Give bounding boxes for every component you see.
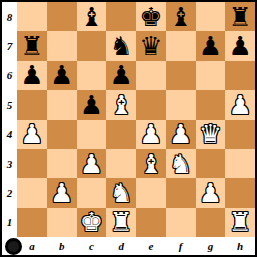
square-a5[interactable] — [17, 90, 47, 119]
square-g2[interactable]: ♟ — [196, 178, 226, 207]
square-f8[interactable]: ♝ — [166, 2, 196, 31]
square-e3[interactable]: ♝ — [136, 149, 166, 178]
white-king[interactable]: ♚ — [80, 209, 103, 235]
square-h6[interactable] — [225, 61, 255, 90]
square-b3[interactable] — [47, 149, 77, 178]
square-h1[interactable]: ♜ — [225, 208, 255, 237]
square-g7[interactable]: ♟ — [196, 31, 226, 60]
square-h3[interactable] — [225, 149, 255, 178]
square-a2[interactable] — [17, 178, 47, 207]
square-f7[interactable] — [166, 31, 196, 60]
chess-diagram: 8♝♚♝♜7♜♞♛♟♟6♟♟♟5♟♝♟4♟♟♟♛3♟♝♞2♟♞♟1♚♜♜abcd… — [0, 0, 257, 257]
square-b7[interactable] — [47, 31, 77, 60]
white-pawn[interactable]: ♟ — [50, 180, 73, 206]
square-b4[interactable] — [47, 120, 77, 149]
square-e7[interactable]: ♛ — [136, 31, 166, 60]
square-d1[interactable]: ♜ — [106, 208, 136, 237]
file-label-g: g — [196, 237, 226, 255]
rank-label-7: 7 — [2, 31, 17, 60]
black-king[interactable]: ♚ — [139, 4, 162, 30]
file-label-e: e — [136, 237, 166, 255]
white-knight[interactable]: ♞ — [169, 151, 192, 177]
black-knight[interactable]: ♞ — [109, 33, 132, 59]
black-rook[interactable]: ♜ — [20, 33, 43, 59]
rank-label-8: 8 — [2, 2, 17, 31]
black-pawn[interactable]: ♟ — [20, 62, 43, 88]
square-d7[interactable]: ♞ — [106, 31, 136, 60]
square-a8[interactable] — [17, 2, 47, 31]
black-to-move-indicator — [5, 238, 22, 255]
square-h8[interactable]: ♜ — [225, 2, 255, 31]
square-b5[interactable] — [47, 90, 77, 119]
square-c7[interactable] — [77, 31, 107, 60]
square-f4[interactable]: ♟ — [166, 120, 196, 149]
square-d2[interactable]: ♞ — [106, 178, 136, 207]
square-d6[interactable]: ♟ — [106, 61, 136, 90]
rank-label-2: 2 — [2, 178, 17, 207]
white-bishop[interactable]: ♝ — [139, 151, 162, 177]
square-c8[interactable]: ♝ — [77, 2, 107, 31]
black-bishop[interactable]: ♝ — [80, 4, 103, 30]
square-f3[interactable]: ♞ — [166, 149, 196, 178]
rank-label-1: 1 — [2, 208, 17, 237]
square-h7[interactable]: ♟ — [225, 31, 255, 60]
black-pawn[interactable]: ♟ — [228, 33, 251, 59]
black-pawn[interactable]: ♟ — [199, 33, 222, 59]
black-pawn[interactable]: ♟ — [50, 62, 73, 88]
square-b2[interactable]: ♟ — [47, 178, 77, 207]
square-c4[interactable] — [77, 120, 107, 149]
square-a6[interactable]: ♟ — [17, 61, 47, 90]
square-a4[interactable]: ♟ — [17, 120, 47, 149]
white-pawn[interactable]: ♟ — [139, 121, 162, 147]
square-h4[interactable] — [225, 120, 255, 149]
square-e2[interactable] — [136, 178, 166, 207]
square-g8[interactable] — [196, 2, 226, 31]
black-queen[interactable]: ♛ — [139, 33, 162, 59]
rank-label-5: 5 — [2, 90, 17, 119]
white-pawn[interactable]: ♟ — [169, 121, 192, 147]
square-g1[interactable] — [196, 208, 226, 237]
white-pawn[interactable]: ♟ — [199, 180, 222, 206]
square-c5[interactable]: ♟ — [77, 90, 107, 119]
square-c1[interactable]: ♚ — [77, 208, 107, 237]
square-d8[interactable] — [106, 2, 136, 31]
square-a7[interactable]: ♜ — [17, 31, 47, 60]
square-e1[interactable] — [136, 208, 166, 237]
square-f5[interactable] — [166, 90, 196, 119]
square-g5[interactable] — [196, 90, 226, 119]
square-d3[interactable] — [106, 149, 136, 178]
square-a3[interactable] — [17, 149, 47, 178]
file-label-d: d — [106, 237, 136, 255]
rank-label-6: 6 — [2, 61, 17, 90]
white-pawn[interactable]: ♟ — [80, 151, 103, 177]
black-pawn[interactable]: ♟ — [80, 92, 103, 118]
square-e4[interactable]: ♟ — [136, 120, 166, 149]
square-d5[interactable]: ♝ — [106, 90, 136, 119]
square-b8[interactable] — [47, 2, 77, 31]
rank-label-4: 4 — [2, 120, 17, 149]
white-pawn[interactable]: ♟ — [228, 92, 251, 118]
file-label-f: f — [166, 237, 196, 255]
file-label-h: h — [225, 237, 255, 255]
black-rook[interactable]: ♜ — [228, 4, 251, 30]
square-d4[interactable] — [106, 120, 136, 149]
white-rook[interactable]: ♜ — [109, 209, 132, 235]
square-e5[interactable] — [136, 90, 166, 119]
square-f1[interactable] — [166, 208, 196, 237]
square-c2[interactable] — [77, 178, 107, 207]
black-bishop[interactable]: ♝ — [169, 4, 192, 30]
square-b6[interactable]: ♟ — [47, 61, 77, 90]
white-pawn[interactable]: ♟ — [20, 121, 43, 147]
square-e6[interactable] — [136, 61, 166, 90]
white-bishop[interactable]: ♝ — [109, 92, 132, 118]
white-knight[interactable]: ♞ — [109, 180, 132, 206]
square-c3[interactable]: ♟ — [77, 149, 107, 178]
file-label-c: c — [77, 237, 107, 255]
square-g3[interactable] — [196, 149, 226, 178]
chess-board: 8♝♚♝♜7♜♞♛♟♟6♟♟♟5♟♝♟4♟♟♟♛3♟♝♞2♟♞♟1♚♜♜abcd… — [2, 2, 255, 255]
square-f2[interactable] — [166, 178, 196, 207]
white-rook[interactable]: ♜ — [228, 209, 251, 235]
file-label-b: b — [47, 237, 77, 255]
black-pawn[interactable]: ♟ — [109, 62, 132, 88]
square-c6[interactable] — [77, 61, 107, 90]
square-b1[interactable] — [47, 208, 77, 237]
square-g6[interactable] — [196, 61, 226, 90]
square-e8[interactable]: ♚ — [136, 2, 166, 31]
rank-label-3: 3 — [2, 149, 17, 178]
square-a1[interactable] — [17, 208, 47, 237]
square-g4[interactable]: ♛ — [196, 120, 226, 149]
white-queen[interactable]: ♛ — [199, 121, 222, 147]
square-h2[interactable] — [225, 178, 255, 207]
square-f6[interactable] — [166, 61, 196, 90]
square-h5[interactable]: ♟ — [225, 90, 255, 119]
